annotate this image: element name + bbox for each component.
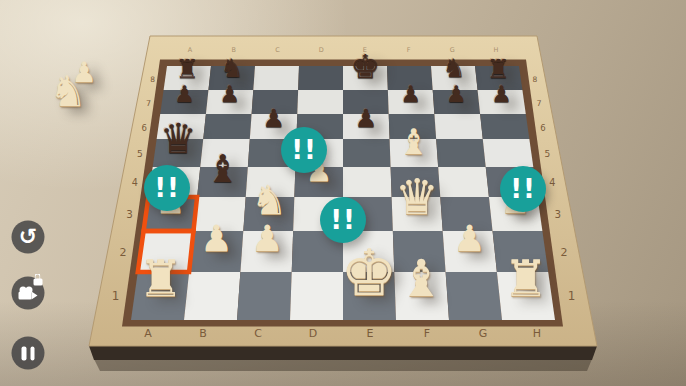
board-coordinate-label: 8 bbox=[533, 75, 538, 84]
camera-icon bbox=[18, 286, 38, 300]
piece-black-pawn-e6[interactable]: ♟ bbox=[355, 105, 378, 130]
piece-black-knight-g8[interactable]: ♞ bbox=[443, 56, 466, 82]
piece-white-pawn-g2[interactable]: ♟ bbox=[453, 221, 486, 257]
board-coordinate-label: 4 bbox=[132, 177, 138, 188]
board-coordinate-label: 7 bbox=[536, 99, 541, 108]
square-g5[interactable] bbox=[436, 139, 486, 167]
board-coordinate-label: 4 bbox=[549, 177, 555, 188]
board-coordinate-label: C bbox=[254, 327, 262, 340]
board-coordinate-label: G bbox=[479, 327, 488, 340]
square-d8[interactable] bbox=[298, 66, 343, 90]
board-coordinate-label: 8 bbox=[150, 75, 155, 84]
piece-black-pawn-h7[interactable]: ♟ bbox=[491, 83, 512, 106]
undo-button[interactable]: ↺ bbox=[12, 221, 45, 254]
board-coordinate-label: A bbox=[144, 327, 152, 340]
square-h6[interactable] bbox=[480, 114, 529, 139]
board-coordinate-label: 1 bbox=[112, 289, 120, 303]
board-coordinate-label: 6 bbox=[540, 123, 545, 133]
piece-white-rook-h1[interactable]: ♜ bbox=[503, 254, 548, 304]
hint-badge-d3: !! bbox=[320, 197, 366, 243]
square-g4[interactable] bbox=[438, 167, 489, 197]
board-coordinate-label: H bbox=[533, 327, 541, 340]
square-d7[interactable] bbox=[297, 90, 343, 114]
board-coordinate-label: H bbox=[494, 46, 499, 54]
piece-white-bishop-f5[interactable]: ♝ bbox=[398, 123, 430, 158]
piece-black-bishop-b4[interactable]: ♝ bbox=[206, 150, 240, 188]
board-coordinate-label: 1 bbox=[568, 289, 576, 303]
board-coordinate-label: A bbox=[188, 46, 193, 54]
board-coordinate-label: C bbox=[275, 46, 280, 54]
hint-badge-a4: !! bbox=[144, 165, 190, 211]
piece-white-pawn-c2[interactable]: ♟ bbox=[251, 221, 284, 257]
board-coordinate-label: E bbox=[367, 327, 374, 340]
hint-badge-h4: !! bbox=[500, 166, 546, 212]
board-coordinate-label: D bbox=[309, 327, 317, 340]
piece-black-rook-a8[interactable]: ♜ bbox=[176, 56, 199, 82]
piece-white-bishop-f1[interactable]: ♝ bbox=[398, 253, 444, 304]
piece-black-pawn-b7[interactable]: ♟ bbox=[220, 83, 241, 106]
square-g1[interactable] bbox=[446, 272, 502, 320]
piece-black-pawn-g7[interactable]: ♟ bbox=[446, 83, 467, 106]
lock-icon bbox=[33, 278, 42, 285]
chess-board: AABBCCDDEEFFGGHH1122334455667788 bbox=[0, 0, 686, 386]
board-coordinate-label: 6 bbox=[142, 123, 147, 133]
piece-white-pawn-b2[interactable]: ♟ bbox=[200, 221, 233, 257]
piece-black-knight-b8[interactable]: ♞ bbox=[220, 56, 243, 82]
chess-app-screen: AABBCCDDEEFFGGHH1122334455667788 ♜♞♚♞♜♟♟… bbox=[0, 0, 686, 386]
hint-badge-d5: !! bbox=[281, 127, 327, 173]
square-b1[interactable] bbox=[184, 272, 240, 320]
undo-icon: ↺ bbox=[19, 225, 37, 247]
square-h5[interactable] bbox=[483, 139, 534, 167]
board-coordinate-label: 5 bbox=[137, 149, 143, 159]
captured-white-pawn: ♟ bbox=[71, 59, 96, 87]
board-coordinate-label: F bbox=[424, 327, 430, 340]
board-coordinate-label: D bbox=[319, 46, 324, 54]
piece-white-queen-f3[interactable]: ♛ bbox=[395, 173, 439, 222]
board-coordinate-label: F bbox=[407, 46, 411, 54]
board-coordinate-label: 7 bbox=[146, 99, 151, 108]
board-coordinate-label: 5 bbox=[545, 149, 551, 159]
piece-white-rook-a1[interactable]: ♜ bbox=[138, 254, 183, 304]
piece-black-pawn-c6[interactable]: ♟ bbox=[263, 105, 286, 130]
board-coordinate-label: 3 bbox=[554, 208, 561, 220]
square-c8[interactable] bbox=[253, 66, 299, 90]
square-g6[interactable] bbox=[434, 114, 482, 139]
piece-black-king-e8[interactable]: ♚ bbox=[350, 50, 380, 83]
pause-button[interactable] bbox=[12, 337, 45, 370]
board-coordinate-label: B bbox=[199, 327, 207, 340]
camera-lock-button[interactable] bbox=[12, 277, 45, 310]
square-c1[interactable] bbox=[237, 272, 292, 320]
board-coordinate-label: 3 bbox=[126, 208, 133, 220]
square-e5[interactable] bbox=[343, 139, 391, 167]
pause-icon bbox=[22, 346, 35, 360]
square-d1[interactable] bbox=[290, 272, 343, 320]
board-coordinate-label: 2 bbox=[120, 246, 127, 259]
piece-white-knight-c3[interactable]: ♞ bbox=[251, 180, 287, 220]
square-e4[interactable] bbox=[343, 167, 392, 197]
board-coordinate-label: 2 bbox=[560, 246, 567, 259]
piece-black-queen-a5[interactable]: ♛ bbox=[160, 118, 197, 159]
piece-black-pawn-a7[interactable]: ♟ bbox=[174, 83, 195, 106]
piece-black-pawn-f7[interactable]: ♟ bbox=[401, 83, 422, 106]
piece-black-rook-h8[interactable]: ♜ bbox=[487, 56, 510, 82]
square-b6[interactable] bbox=[203, 114, 251, 139]
piece-white-king-e1[interactable]: ♚ bbox=[341, 242, 398, 306]
